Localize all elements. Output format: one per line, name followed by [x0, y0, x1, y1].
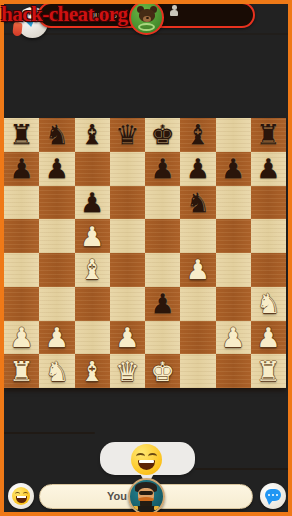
square-g3[interactable] [216, 287, 251, 321]
tongue-out-emoji-icon [131, 444, 162, 475]
bear-log-icon [138, 23, 155, 31]
square-d7[interactable] [110, 152, 145, 186]
square-h7[interactable]: ♟ [251, 152, 286, 186]
square-a3[interactable] [4, 287, 39, 321]
square-c3[interactable] [75, 287, 110, 321]
black-pawn[interactable]: ♟ [221, 155, 245, 182]
white-bishop[interactable]: ♝ [80, 358, 104, 385]
black-pawn[interactable]: ♟ [256, 155, 280, 182]
emoji-button[interactable] [8, 483, 34, 509]
black-pawn[interactable]: ♟ [10, 155, 34, 182]
square-h2[interactable]: ♟ [251, 321, 286, 355]
white-knight[interactable]: ♞ [256, 290, 280, 317]
square-e4[interactable] [145, 253, 180, 287]
square-a2[interactable]: ♟ [4, 321, 39, 355]
square-e5[interactable] [145, 219, 180, 253]
square-d3[interactable] [110, 287, 145, 321]
person-icon [169, 5, 179, 16]
white-pawn[interactable]: ♟ [10, 324, 34, 351]
chat-bubble-icon [265, 489, 281, 501]
white-rook[interactable]: ♜ [256, 358, 280, 385]
black-knight[interactable]: ♞ [45, 121, 69, 148]
white-pawn[interactable]: ♟ [45, 324, 69, 351]
white-king[interactable]: ♚ [151, 358, 175, 385]
square-b2[interactable]: ♟ [39, 321, 74, 355]
square-b8[interactable]: ♞ [39, 118, 74, 152]
black-bishop[interactable]: ♝ [186, 121, 210, 148]
white-pawn[interactable]: ♟ [221, 324, 245, 351]
white-rook[interactable]: ♜ [10, 358, 34, 385]
square-g5[interactable] [216, 219, 251, 253]
square-e3[interactable]: ♟ [145, 287, 180, 321]
square-a6[interactable] [4, 186, 39, 220]
square-a5[interactable] [4, 219, 39, 253]
white-pawn[interactable]: ♟ [186, 256, 210, 283]
black-pawn[interactable]: ♟ [80, 189, 104, 216]
square-e8[interactable]: ♚ [145, 118, 180, 152]
black-pawn[interactable]: ♟ [151, 155, 175, 182]
square-c1[interactable]: ♝ [75, 354, 110, 388]
white-knight[interactable]: ♞ [45, 358, 69, 385]
chat-button[interactable] [260, 483, 286, 509]
square-e6[interactable] [145, 186, 180, 220]
black-king[interactable]: ♚ [151, 121, 175, 148]
square-a7[interactable]: ♟ [4, 152, 39, 186]
square-b7[interactable]: ♟ [39, 152, 74, 186]
square-d8[interactable]: ♛ [110, 118, 145, 152]
black-pawn[interactable]: ♟ [45, 155, 69, 182]
square-d6[interactable] [110, 186, 145, 220]
black-knight[interactable]: ♞ [186, 189, 210, 216]
square-h5[interactable] [251, 219, 286, 253]
black-pawn[interactable]: ♟ [151, 290, 175, 317]
square-e7[interactable]: ♟ [145, 152, 180, 186]
laughing-emoji-icon [12, 487, 30, 505]
black-rook[interactable]: ♜ [10, 121, 34, 148]
wood-seam [195, 468, 292, 470]
black-queen[interactable]: ♛ [115, 121, 139, 148]
square-c2[interactable] [75, 321, 110, 355]
square-b5[interactable] [39, 219, 74, 253]
white-pawn[interactable]: ♟ [256, 324, 280, 351]
watermark: hack-cheat.org [1, 2, 128, 27]
square-e1[interactable]: ♚ [145, 354, 180, 388]
white-bishop[interactable]: ♝ [80, 256, 104, 283]
square-d4[interactable] [110, 253, 145, 287]
white-pawn[interactable]: ♟ [115, 324, 139, 351]
square-g2[interactable]: ♟ [216, 321, 251, 355]
square-g8[interactable] [216, 118, 251, 152]
square-a4[interactable] [4, 253, 39, 287]
square-c7[interactable] [75, 152, 110, 186]
square-a8[interactable]: ♜ [4, 118, 39, 152]
square-b4[interactable] [39, 253, 74, 287]
square-d1[interactable]: ♛ [110, 354, 145, 388]
square-b6[interactable] [39, 186, 74, 220]
square-f8[interactable]: ♝ [180, 118, 215, 152]
square-h4[interactable] [251, 253, 286, 287]
chess-board[interactable]: ♜♞♝♛♚♝♜♟♟♟♟♟♟♟♞♟♝♟♟♞♟♟♟♟♟♜♞♝♛♚♜ [4, 118, 286, 388]
square-b3[interactable] [39, 287, 74, 321]
square-d2[interactable]: ♟ [110, 321, 145, 355]
square-c8[interactable]: ♝ [75, 118, 110, 152]
square-h6[interactable] [251, 186, 286, 220]
square-g7[interactable]: ♟ [216, 152, 251, 186]
square-h3[interactable]: ♞ [251, 287, 286, 321]
square-c5[interactable]: ♟ [75, 219, 110, 253]
white-queen[interactable]: ♛ [115, 358, 139, 385]
square-f2[interactable] [180, 321, 215, 355]
square-c4[interactable]: ♝ [75, 253, 110, 287]
square-a1[interactable]: ♜ [4, 354, 39, 388]
black-bishop[interactable]: ♝ [80, 121, 104, 148]
app-screen: guest5 ♜♞♝♛♚♝♜♟♟♟♟♟♟♟♞♟♝♟♟♞♟♟♟♟♟♜♞♝♛♚♜ Y… [0, 0, 292, 516]
square-f6[interactable]: ♞ [180, 186, 215, 220]
square-f3[interactable] [180, 287, 215, 321]
black-rook[interactable]: ♜ [256, 121, 280, 148]
pirate-epaulette-icon [154, 506, 159, 510]
square-f1[interactable] [180, 354, 215, 388]
square-e2[interactable] [145, 321, 180, 355]
square-f5[interactable] [180, 219, 215, 253]
player-avatar[interactable] [128, 478, 165, 515]
square-h1[interactable]: ♜ [251, 354, 286, 388]
black-pawn[interactable]: ♟ [186, 155, 210, 182]
square-g4[interactable] [216, 253, 251, 287]
square-f7[interactable]: ♟ [180, 152, 215, 186]
square-g6[interactable] [216, 186, 251, 220]
square-d5[interactable] [110, 219, 145, 253]
wood-seam [0, 432, 95, 434]
white-pawn[interactable]: ♟ [80, 223, 104, 250]
pirate-brow-icon [139, 491, 153, 495]
pirate-epaulette-icon [133, 506, 138, 510]
square-f4[interactable]: ♟ [180, 253, 215, 287]
square-b1[interactable]: ♞ [39, 354, 74, 388]
bear-nose-icon [146, 17, 149, 19]
square-h8[interactable]: ♜ [251, 118, 286, 152]
square-g1[interactable] [216, 354, 251, 388]
square-c6[interactable]: ♟ [75, 186, 110, 220]
opponent-avatar[interactable] [129, 0, 164, 35]
